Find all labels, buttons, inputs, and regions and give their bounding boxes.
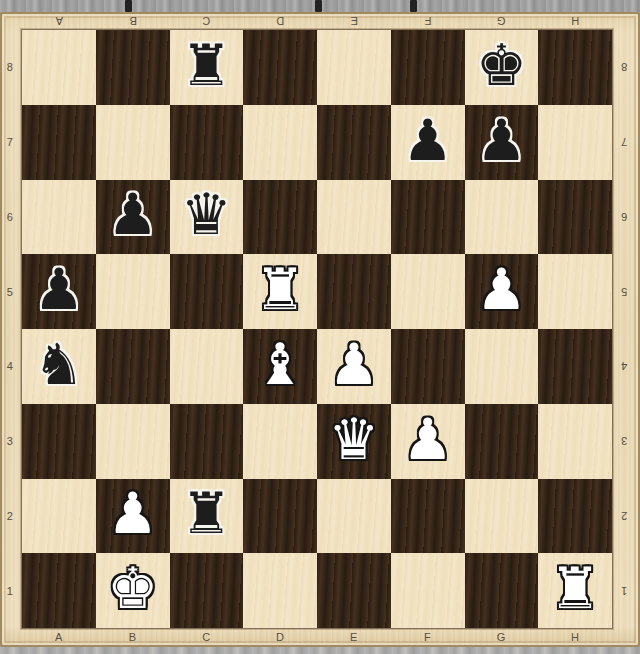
square-b6[interactable]: ♟ — [96, 180, 170, 255]
square-h5[interactable] — [538, 254, 612, 329]
square-d8[interactable] — [243, 30, 317, 105]
coord-left-3: 3 — [7, 435, 14, 447]
square-g1[interactable] — [465, 553, 539, 628]
square-h7[interactable] — [538, 105, 612, 180]
coord-left-8: 8 — [7, 61, 14, 73]
background-mark — [410, 0, 417, 12]
piece-white-rook[interactable]: ♜ — [255, 261, 306, 318]
coord-top-g: G — [497, 15, 506, 27]
background-mark — [315, 0, 322, 12]
square-d3[interactable] — [243, 404, 317, 479]
coord-right-7: 7 — [621, 136, 628, 148]
square-h6[interactable] — [538, 180, 612, 255]
piece-black-rook[interactable]: ♜ — [181, 37, 232, 94]
coord-right-5: 5 — [621, 286, 628, 298]
coord-top-e: E — [350, 15, 358, 27]
square-e5[interactable] — [317, 254, 391, 329]
coord-top-b: B — [129, 15, 137, 27]
square-f8[interactable] — [391, 30, 465, 105]
square-d1[interactable] — [243, 553, 317, 628]
piece-black-rook[interactable]: ♜ — [181, 485, 232, 542]
square-c8[interactable]: ♜ — [170, 30, 244, 105]
square-f1[interactable] — [391, 553, 465, 628]
piece-black-king[interactable]: ♚ — [476, 37, 527, 94]
coord-right-6: 6 — [621, 211, 628, 223]
coord-top-f: F — [424, 15, 431, 27]
square-f6[interactable] — [391, 180, 465, 255]
piece-black-queen[interactable]: ♛ — [181, 186, 232, 243]
square-c2[interactable]: ♜ — [170, 479, 244, 554]
square-c5[interactable] — [170, 254, 244, 329]
coord-bottom-g: G — [497, 631, 506, 643]
square-g8[interactable]: ♚ — [465, 30, 539, 105]
square-a7[interactable] — [22, 105, 96, 180]
square-a6[interactable] — [22, 180, 96, 255]
coord-top-d: D — [276, 15, 284, 27]
square-a2[interactable] — [22, 479, 96, 554]
square-g2[interactable] — [465, 479, 539, 554]
square-d5[interactable]: ♜ — [243, 254, 317, 329]
piece-white-pawn[interactable]: ♟ — [328, 336, 379, 393]
chessboard: ♜♚♟♟♟♛♟♜♟♞♝♟♛♟♟♜♚♜ — [22, 30, 612, 628]
coord-left-1: 1 — [7, 585, 14, 597]
coord-bottom-c: C — [202, 631, 210, 643]
piece-white-bishop[interactable]: ♝ — [255, 336, 306, 393]
square-b7[interactable] — [96, 105, 170, 180]
square-c1[interactable] — [170, 553, 244, 628]
square-a8[interactable] — [22, 30, 96, 105]
coord-left-5: 5 — [7, 286, 14, 298]
background-bottom-strip — [0, 647, 640, 654]
square-d7[interactable] — [243, 105, 317, 180]
square-e3[interactable]: ♛ — [317, 404, 391, 479]
coord-right-1: 1 — [621, 585, 628, 597]
coord-bottom-f: F — [424, 631, 431, 643]
square-g6[interactable] — [465, 180, 539, 255]
square-h2[interactable] — [538, 479, 612, 554]
coord-right-4: 4 — [621, 360, 628, 372]
coord-left-7: 7 — [7, 136, 14, 148]
square-b3[interactable] — [96, 404, 170, 479]
square-h1[interactable]: ♜ — [538, 553, 612, 628]
coord-left-2: 2 — [7, 510, 14, 522]
square-g4[interactable] — [465, 329, 539, 404]
square-g5[interactable]: ♟ — [465, 254, 539, 329]
square-e4[interactable]: ♟ — [317, 329, 391, 404]
square-c7[interactable] — [170, 105, 244, 180]
square-c4[interactable] — [170, 329, 244, 404]
square-g3[interactable] — [465, 404, 539, 479]
square-e8[interactable] — [317, 30, 391, 105]
coord-bottom-h: H — [571, 631, 579, 643]
coord-bottom-b: B — [129, 631, 137, 643]
square-e7[interactable] — [317, 105, 391, 180]
square-b1[interactable]: ♚ — [96, 553, 170, 628]
square-e6[interactable] — [317, 180, 391, 255]
square-f5[interactable] — [391, 254, 465, 329]
square-b5[interactable] — [96, 254, 170, 329]
piece-black-pawn[interactable]: ♟ — [402, 112, 453, 169]
square-a1[interactable] — [22, 553, 96, 628]
piece-black-pawn[interactable]: ♟ — [107, 186, 158, 243]
piece-white-rook[interactable]: ♜ — [550, 560, 601, 617]
square-b2[interactable]: ♟ — [96, 479, 170, 554]
scene: ♜♚♟♟♟♛♟♜♟♞♝♟♛♟♟♜♚♜ AABBCCDDEEFFGGHH88776… — [0, 0, 640, 654]
square-h8[interactable] — [538, 30, 612, 105]
coord-top-c: C — [202, 15, 210, 27]
square-f7[interactable]: ♟ — [391, 105, 465, 180]
square-f2[interactable] — [391, 479, 465, 554]
piece-white-pawn[interactable]: ♟ — [402, 411, 453, 468]
coord-bottom-d: D — [276, 631, 284, 643]
square-f3[interactable]: ♟ — [391, 404, 465, 479]
background-top-strip — [0, 0, 640, 12]
square-h3[interactable] — [538, 404, 612, 479]
square-b8[interactable] — [96, 30, 170, 105]
square-a3[interactable] — [22, 404, 96, 479]
coord-left-4: 4 — [7, 360, 14, 372]
square-g7[interactable]: ♟ — [465, 105, 539, 180]
square-c6[interactable]: ♛ — [170, 180, 244, 255]
piece-black-knight[interactable]: ♞ — [33, 336, 84, 393]
square-d6[interactable] — [243, 180, 317, 255]
coord-bottom-a: A — [55, 631, 63, 643]
background-mark — [125, 0, 132, 12]
square-c3[interactable] — [170, 404, 244, 479]
square-f4[interactable] — [391, 329, 465, 404]
coord-left-6: 6 — [7, 211, 14, 223]
piece-black-pawn[interactable]: ♟ — [476, 112, 527, 169]
square-d2[interactable] — [243, 479, 317, 554]
square-d4[interactable]: ♝ — [243, 329, 317, 404]
square-h4[interactable] — [538, 329, 612, 404]
coord-top-a: A — [55, 15, 63, 27]
square-a4[interactable]: ♞ — [22, 329, 96, 404]
piece-white-king[interactable]: ♚ — [107, 560, 158, 617]
coord-bottom-e: E — [350, 631, 358, 643]
piece-black-pawn[interactable]: ♟ — [33, 261, 84, 318]
piece-white-queen[interactable]: ♛ — [328, 411, 379, 468]
square-a5[interactable]: ♟ — [22, 254, 96, 329]
coord-right-3: 3 — [621, 435, 628, 447]
square-e1[interactable] — [317, 553, 391, 628]
square-e2[interactable] — [317, 479, 391, 554]
square-b4[interactable] — [96, 329, 170, 404]
piece-white-pawn[interactable]: ♟ — [107, 485, 158, 542]
coord-top-h: H — [571, 15, 579, 27]
piece-white-pawn[interactable]: ♟ — [476, 261, 527, 318]
coord-right-2: 2 — [621, 510, 628, 522]
coord-right-8: 8 — [621, 61, 628, 73]
